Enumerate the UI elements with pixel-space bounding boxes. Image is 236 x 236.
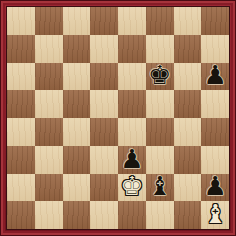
square-b6[interactable] bbox=[35, 63, 63, 91]
black-bishop[interactable]: ♝ bbox=[148, 174, 171, 200]
square-a1[interactable] bbox=[7, 201, 35, 229]
square-f6[interactable]: ♚ bbox=[146, 63, 174, 91]
square-b1[interactable] bbox=[35, 201, 63, 229]
square-h6[interactable]: ♟ bbox=[201, 63, 229, 91]
black-pawn[interactable]: ♟ bbox=[203, 174, 226, 200]
square-h2[interactable]: ♟ bbox=[201, 174, 229, 202]
square-c7[interactable] bbox=[63, 35, 91, 63]
square-d5[interactable] bbox=[90, 90, 118, 118]
white-bishop[interactable]: ♝ bbox=[203, 201, 226, 227]
square-b3[interactable] bbox=[35, 146, 63, 174]
square-f5[interactable] bbox=[146, 90, 174, 118]
square-c3[interactable] bbox=[63, 146, 91, 174]
square-f1[interactable] bbox=[146, 201, 174, 229]
square-h4[interactable] bbox=[201, 118, 229, 146]
square-a4[interactable] bbox=[7, 118, 35, 146]
square-g3[interactable] bbox=[174, 146, 202, 174]
square-b5[interactable] bbox=[35, 90, 63, 118]
square-e7[interactable] bbox=[118, 35, 146, 63]
square-e2[interactable]: ♚ bbox=[118, 174, 146, 202]
square-a5[interactable] bbox=[7, 90, 35, 118]
square-a7[interactable] bbox=[7, 35, 35, 63]
square-h8[interactable] bbox=[201, 7, 229, 35]
square-g2[interactable] bbox=[174, 174, 202, 202]
square-a6[interactable] bbox=[7, 63, 35, 91]
square-g7[interactable] bbox=[174, 35, 202, 63]
square-c5[interactable] bbox=[63, 90, 91, 118]
square-d8[interactable] bbox=[90, 7, 118, 35]
square-b8[interactable] bbox=[35, 7, 63, 35]
square-a2[interactable] bbox=[7, 174, 35, 202]
square-b4[interactable] bbox=[35, 118, 63, 146]
chess-board: ♚♟♟♚♝♟♝ bbox=[7, 7, 229, 229]
square-h1[interactable]: ♝ bbox=[201, 201, 229, 229]
white-king[interactable]: ♚ bbox=[120, 174, 143, 200]
square-e5[interactable] bbox=[118, 90, 146, 118]
square-b2[interactable] bbox=[35, 174, 63, 202]
square-b7[interactable] bbox=[35, 35, 63, 63]
square-e8[interactable] bbox=[118, 7, 146, 35]
square-h3[interactable] bbox=[201, 146, 229, 174]
square-f8[interactable] bbox=[146, 7, 174, 35]
square-g4[interactable] bbox=[174, 118, 202, 146]
square-e6[interactable] bbox=[118, 63, 146, 91]
square-g1[interactable] bbox=[174, 201, 202, 229]
square-c1[interactable] bbox=[63, 201, 91, 229]
square-a3[interactable] bbox=[7, 146, 35, 174]
square-c6[interactable] bbox=[63, 63, 91, 91]
square-d4[interactable] bbox=[90, 118, 118, 146]
square-c4[interactable] bbox=[63, 118, 91, 146]
black-king[interactable]: ♚ bbox=[148, 63, 171, 89]
square-f2[interactable]: ♝ bbox=[146, 174, 174, 202]
square-f3[interactable] bbox=[146, 146, 174, 174]
square-e4[interactable] bbox=[118, 118, 146, 146]
square-g5[interactable] bbox=[174, 90, 202, 118]
square-a8[interactable] bbox=[7, 7, 35, 35]
square-d1[interactable] bbox=[90, 201, 118, 229]
square-e3[interactable]: ♟ bbox=[118, 146, 146, 174]
square-g6[interactable] bbox=[174, 63, 202, 91]
square-h5[interactable] bbox=[201, 90, 229, 118]
square-d2[interactable] bbox=[90, 174, 118, 202]
board-frame: ♚♟♟♚♝♟♝ bbox=[0, 0, 236, 236]
square-d3[interactable] bbox=[90, 146, 118, 174]
black-pawn[interactable]: ♟ bbox=[203, 63, 226, 89]
square-h7[interactable] bbox=[201, 35, 229, 63]
square-e1[interactable] bbox=[118, 201, 146, 229]
square-c8[interactable] bbox=[63, 7, 91, 35]
square-d6[interactable] bbox=[90, 63, 118, 91]
black-pawn[interactable]: ♟ bbox=[120, 146, 143, 172]
square-c2[interactable] bbox=[63, 174, 91, 202]
square-f7[interactable] bbox=[146, 35, 174, 63]
square-d7[interactable] bbox=[90, 35, 118, 63]
square-g8[interactable] bbox=[174, 7, 202, 35]
square-f4[interactable] bbox=[146, 118, 174, 146]
